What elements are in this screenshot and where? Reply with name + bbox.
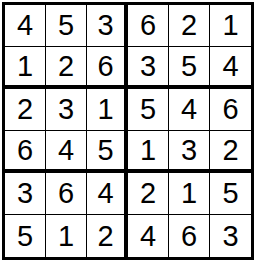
sudoku-cell-r2c6[interactable]: 4 — [210, 47, 251, 89]
sudoku-cell-r1c6[interactable]: 1 — [210, 5, 251, 47]
sudoku-cell-r3c1[interactable]: 2 — [5, 89, 46, 131]
sudoku-cell-r1c2[interactable]: 5 — [46, 5, 87, 47]
sudoku-cell-r2c2[interactable]: 2 — [46, 47, 87, 89]
sudoku-cell-r5c6[interactable]: 5 — [210, 173, 251, 215]
sudoku-cell-r6c2[interactable]: 1 — [46, 215, 87, 257]
sudoku-cell-r5c2[interactable]: 6 — [46, 173, 87, 215]
sudoku-board: 453621126354231546645132364215512463 — [2, 2, 254, 260]
sudoku-cell-r3c3[interactable]: 1 — [87, 89, 128, 131]
sudoku-cell-r3c2[interactable]: 3 — [46, 89, 87, 131]
sudoku-cell-r1c4[interactable]: 6 — [128, 5, 169, 47]
sudoku-cell-r5c3[interactable]: 4 — [87, 173, 128, 215]
sudoku-cell-r2c4[interactable]: 3 — [128, 47, 169, 89]
sudoku-cell-r3c6[interactable]: 6 — [210, 89, 251, 131]
sudoku-cell-r5c1[interactable]: 3 — [5, 173, 46, 215]
sudoku-cell-r2c5[interactable]: 5 — [169, 47, 210, 89]
sudoku-cell-r6c5[interactable]: 6 — [169, 215, 210, 257]
sudoku-cell-r5c4[interactable]: 2 — [128, 173, 169, 215]
sudoku-cell-r4c6[interactable]: 2 — [210, 131, 251, 173]
sudoku-cell-r6c4[interactable]: 4 — [128, 215, 169, 257]
sudoku-cell-r1c5[interactable]: 2 — [169, 5, 210, 47]
sudoku-cell-r4c1[interactable]: 6 — [5, 131, 46, 173]
sudoku-page: 453621126354231546645132364215512463 — [0, 0, 261, 273]
sudoku-cell-r1c1[interactable]: 4 — [5, 5, 46, 47]
sudoku-cell-r5c5[interactable]: 1 — [169, 173, 210, 215]
sudoku-cell-r1c3[interactable]: 3 — [87, 5, 128, 47]
sudoku-cell-r6c1[interactable]: 5 — [5, 215, 46, 257]
sudoku-cell-r3c5[interactable]: 4 — [169, 89, 210, 131]
sudoku-cell-r4c2[interactable]: 4 — [46, 131, 87, 173]
sudoku-cell-r6c6[interactable]: 3 — [210, 215, 251, 257]
sudoku-cell-r3c4[interactable]: 5 — [128, 89, 169, 131]
sudoku-cell-r4c5[interactable]: 3 — [169, 131, 210, 173]
sudoku-cell-r4c3[interactable]: 5 — [87, 131, 128, 173]
sudoku-cell-r6c3[interactable]: 2 — [87, 215, 128, 257]
sudoku-cell-r2c1[interactable]: 1 — [5, 47, 46, 89]
sudoku-cell-r4c4[interactable]: 1 — [128, 131, 169, 173]
sudoku-cell-r2c3[interactable]: 6 — [87, 47, 128, 89]
